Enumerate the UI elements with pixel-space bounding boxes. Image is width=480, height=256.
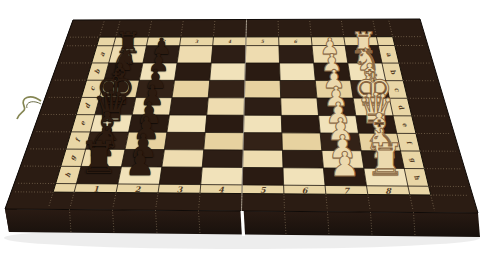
square-d4[interactable]	[207, 98, 245, 116]
square-c5[interactable]	[245, 80, 281, 98]
square-b5[interactable]	[245, 63, 280, 81]
square-h6[interactable]	[283, 168, 325, 186]
square-g5[interactable]	[243, 150, 283, 168]
square-c6[interactable]	[280, 81, 317, 99]
square-d6[interactable]	[281, 98, 319, 116]
square-f4[interactable]	[204, 133, 244, 151]
clasp-icon	[27, 102, 41, 108]
light-pawn[interactable]: ♟	[329, 147, 359, 181]
square-h3[interactable]	[159, 167, 202, 185]
square-g3[interactable]	[162, 150, 204, 168]
square-g6[interactable]	[282, 150, 323, 168]
square-e6[interactable]	[281, 115, 320, 133]
dark-pawn[interactable]: ♟	[125, 146, 155, 180]
square-b3[interactable]	[175, 63, 212, 80]
square-f3[interactable]	[164, 132, 205, 150]
square-a5[interactable]	[245, 46, 279, 63]
square-a3[interactable]	[177, 46, 213, 63]
square-e4[interactable]	[205, 115, 244, 133]
coordinate-label: 1	[93, 184, 99, 194]
photo-stage: 1122334455667788aabbccddeeffgghh ♜♞♝♚♛♝♞…	[0, 0, 480, 256]
clasp-icon[interactable]	[17, 97, 41, 119]
coordinate-label: 5	[260, 185, 266, 195]
square-g4[interactable]	[202, 150, 243, 168]
square-d5[interactable]	[244, 98, 281, 116]
square-b6[interactable]	[280, 63, 316, 81]
square-b4[interactable]	[210, 63, 246, 80]
square-f6[interactable]	[282, 133, 322, 151]
dark-rook[interactable]: ♜	[79, 137, 119, 181]
square-c3[interactable]	[172, 80, 210, 97]
light-rook[interactable]: ♜	[366, 139, 406, 183]
square-a4[interactable]	[211, 46, 246, 63]
square-e5[interactable]	[244, 115, 282, 133]
square-f5[interactable]	[243, 133, 282, 151]
square-h5[interactable]	[242, 168, 283, 186]
square-a6[interactable]	[279, 46, 314, 63]
coordinate-label: 4	[218, 185, 224, 195]
square-d3[interactable]	[170, 98, 209, 115]
square-h4[interactable]	[201, 167, 243, 185]
square-c4[interactable]	[208, 80, 245, 97]
chess-board: 1122334455667788aabbccddeeffgghh	[0, 0, 480, 256]
square-e3[interactable]	[167, 115, 207, 133]
